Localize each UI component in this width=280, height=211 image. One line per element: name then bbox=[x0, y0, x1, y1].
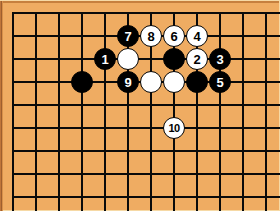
stone-white[interactable] bbox=[140, 71, 162, 93]
stone-black[interactable] bbox=[163, 48, 185, 70]
move-number: 6 bbox=[170, 30, 177, 43]
stone-black[interactable] bbox=[186, 71, 208, 93]
move-number: 2 bbox=[193, 53, 200, 66]
stone-black-move-3[interactable]: 3 bbox=[209, 48, 231, 70]
stone-black-move-7[interactable]: 7 bbox=[117, 25, 139, 47]
go-board-diagram: 17986423510 bbox=[0, 0, 280, 211]
move-number: 8 bbox=[147, 30, 154, 43]
stones-layer: 17986423510 bbox=[0, 0, 280, 211]
move-number: 4 bbox=[193, 30, 200, 43]
stone-white[interactable] bbox=[117, 48, 139, 70]
stone-white-move-8[interactable]: 8 bbox=[140, 25, 162, 47]
stone-white[interactable] bbox=[163, 71, 185, 93]
stone-white-move-10[interactable]: 10 bbox=[163, 117, 185, 139]
stone-black-move-9[interactable]: 9 bbox=[117, 71, 139, 93]
stone-white-move-4[interactable]: 4 bbox=[186, 25, 208, 47]
stone-white-move-6[interactable]: 6 bbox=[163, 25, 185, 47]
move-number: 10 bbox=[168, 123, 179, 134]
move-number: 9 bbox=[124, 76, 131, 89]
stone-black-move-5[interactable]: 5 bbox=[209, 71, 231, 93]
move-number: 1 bbox=[101, 53, 108, 66]
move-number: 3 bbox=[216, 53, 223, 66]
stone-black[interactable] bbox=[71, 71, 93, 93]
move-number: 5 bbox=[216, 76, 223, 89]
stone-black-move-1[interactable]: 1 bbox=[94, 48, 116, 70]
move-number: 7 bbox=[124, 30, 131, 43]
stone-white-move-2[interactable]: 2 bbox=[186, 48, 208, 70]
